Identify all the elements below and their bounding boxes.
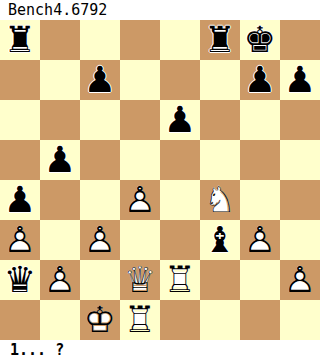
square-d5[interactable] xyxy=(120,140,160,180)
black-pawn: ♟ xyxy=(240,60,280,100)
square-c1[interactable]: ♚♔ xyxy=(80,300,120,340)
square-b2[interactable]: ♟♙ xyxy=(40,260,80,300)
square-e3[interactable] xyxy=(160,220,200,260)
square-c5[interactable] xyxy=(80,140,120,180)
square-e6[interactable]: ♟ xyxy=(160,100,200,140)
square-h5[interactable] xyxy=(280,140,320,180)
white-pawn: ♟♙ xyxy=(280,260,320,300)
square-g3[interactable]: ♟♙ xyxy=(240,220,280,260)
window-title: Bench4.6792 xyxy=(0,0,320,20)
square-d4[interactable]: ♟♙ xyxy=(120,180,160,220)
square-c2[interactable] xyxy=(80,260,120,300)
square-a5[interactable] xyxy=(0,140,40,180)
square-a1[interactable] xyxy=(0,300,40,340)
white-pawn: ♟♙ xyxy=(40,260,80,300)
square-d2[interactable]: ♛♕ xyxy=(120,260,160,300)
white-pawn: ♟♙ xyxy=(0,220,40,260)
square-e4[interactable] xyxy=(160,180,200,220)
square-f2[interactable] xyxy=(200,260,240,300)
black-queen: ♛ xyxy=(0,260,40,300)
square-a6[interactable] xyxy=(0,100,40,140)
white-rook: ♜♖ xyxy=(160,260,200,300)
white-pawn: ♟♙ xyxy=(80,220,120,260)
square-d6[interactable] xyxy=(120,100,160,140)
square-b6[interactable] xyxy=(40,100,80,140)
square-f8[interactable]: ♜ xyxy=(200,20,240,60)
move-prompt: 1... ? xyxy=(0,340,320,360)
white-pawn: ♟♙ xyxy=(240,220,280,260)
chess-board: ♜♜♚♟♟♟♟♟♟♟♙♞♘♟♙♟♙♝♟♙♛♟♙♛♕♜♖♟♙♚♔♜♖ xyxy=(0,20,320,340)
square-d1[interactable]: ♜♖ xyxy=(120,300,160,340)
white-pawn: ♟♙ xyxy=(120,180,160,220)
white-king: ♚♔ xyxy=(80,300,120,340)
square-e8[interactable] xyxy=(160,20,200,60)
square-f4[interactable]: ♞♘ xyxy=(200,180,240,220)
square-f6[interactable] xyxy=(200,100,240,140)
square-a7[interactable] xyxy=(0,60,40,100)
square-c6[interactable] xyxy=(80,100,120,140)
black-rook: ♜ xyxy=(200,20,240,60)
black-pawn: ♟ xyxy=(40,140,80,180)
square-h1[interactable] xyxy=(280,300,320,340)
square-d7[interactable] xyxy=(120,60,160,100)
black-king: ♚ xyxy=(240,20,280,60)
square-c4[interactable] xyxy=(80,180,120,220)
square-c8[interactable] xyxy=(80,20,120,60)
square-h3[interactable] xyxy=(280,220,320,260)
square-d8[interactable] xyxy=(120,20,160,60)
square-h7[interactable]: ♟ xyxy=(280,60,320,100)
square-h4[interactable] xyxy=(280,180,320,220)
square-f1[interactable] xyxy=(200,300,240,340)
square-b4[interactable] xyxy=(40,180,80,220)
square-e1[interactable] xyxy=(160,300,200,340)
square-g5[interactable] xyxy=(240,140,280,180)
square-g7[interactable]: ♟ xyxy=(240,60,280,100)
square-a4[interactable]: ♟ xyxy=(0,180,40,220)
square-c3[interactable]: ♟♙ xyxy=(80,220,120,260)
black-rook: ♜ xyxy=(0,20,40,60)
square-h6[interactable] xyxy=(280,100,320,140)
black-bishop: ♝ xyxy=(200,220,240,260)
square-b1[interactable] xyxy=(40,300,80,340)
square-d3[interactable] xyxy=(120,220,160,260)
black-pawn: ♟ xyxy=(160,100,200,140)
square-e5[interactable] xyxy=(160,140,200,180)
square-f3[interactable]: ♝ xyxy=(200,220,240,260)
square-f5[interactable] xyxy=(200,140,240,180)
square-g8[interactable]: ♚ xyxy=(240,20,280,60)
white-knight: ♞♘ xyxy=(200,180,240,220)
white-rook: ♜♖ xyxy=(120,300,160,340)
black-pawn: ♟ xyxy=(0,180,40,220)
square-g4[interactable] xyxy=(240,180,280,220)
square-h8[interactable] xyxy=(280,20,320,60)
square-a3[interactable]: ♟♙ xyxy=(0,220,40,260)
square-b7[interactable] xyxy=(40,60,80,100)
square-g6[interactable] xyxy=(240,100,280,140)
square-c7[interactable]: ♟ xyxy=(80,60,120,100)
black-pawn: ♟ xyxy=(80,60,120,100)
square-h2[interactable]: ♟♙ xyxy=(280,260,320,300)
square-b8[interactable] xyxy=(40,20,80,60)
square-a8[interactable]: ♜ xyxy=(0,20,40,60)
black-pawn: ♟ xyxy=(280,60,320,100)
square-g2[interactable] xyxy=(240,260,280,300)
square-b3[interactable] xyxy=(40,220,80,260)
white-queen: ♛♕ xyxy=(120,260,160,300)
square-e2[interactable]: ♜♖ xyxy=(160,260,200,300)
square-b5[interactable]: ♟ xyxy=(40,140,80,180)
square-e7[interactable] xyxy=(160,60,200,100)
square-g1[interactable] xyxy=(240,300,280,340)
square-f7[interactable] xyxy=(200,60,240,100)
square-a2[interactable]: ♛ xyxy=(0,260,40,300)
